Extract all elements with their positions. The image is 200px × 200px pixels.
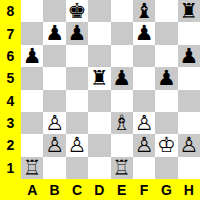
square-g3[interactable] — [155, 112, 177, 134]
square-a1[interactable]: ♖ — [21, 157, 43, 179]
file-label-a: A — [21, 179, 43, 200]
black-bishop: ♝ — [135, 0, 154, 22]
square-d8[interactable] — [88, 0, 110, 22]
file-label-h: H — [178, 179, 200, 200]
square-h3[interactable] — [178, 112, 200, 134]
square-f8[interactable]: ♝ — [133, 0, 155, 22]
square-f7[interactable]: ♟ — [133, 22, 155, 44]
rank-label-4: 4 — [0, 90, 21, 112]
white-rook: ♖ — [23, 157, 42, 179]
square-a5[interactable] — [21, 67, 43, 89]
square-d2[interactable] — [88, 134, 110, 156]
rank-label-5: 5 — [0, 67, 21, 89]
black-pawn: ♟ — [45, 22, 64, 44]
square-a7[interactable] — [21, 22, 43, 44]
square-h6[interactable]: ♟ — [178, 45, 200, 67]
square-a3[interactable] — [21, 112, 43, 134]
square-b5[interactable] — [43, 67, 65, 89]
white-pawn: ♙ — [135, 112, 154, 134]
file-label-b: B — [43, 179, 65, 200]
square-c5[interactable] — [66, 67, 88, 89]
black-pawn: ♟ — [179, 45, 198, 67]
square-b4[interactable] — [43, 90, 65, 112]
square-d3[interactable] — [88, 112, 110, 134]
square-h1[interactable] — [178, 157, 200, 179]
square-a8[interactable] — [21, 0, 43, 22]
square-e5[interactable]: ♟ — [111, 67, 133, 89]
square-c6[interactable] — [66, 45, 88, 67]
white-pawn: ♙ — [135, 134, 154, 156]
square-h2[interactable]: ♙ — [178, 134, 200, 156]
square-b6[interactable] — [43, 45, 65, 67]
square-c4[interactable] — [66, 90, 88, 112]
file-label-d: D — [88, 179, 110, 200]
square-g6[interactable] — [155, 45, 177, 67]
square-g2[interactable]: ♔ — [155, 134, 177, 156]
chess-board: 8♚♝♜7♟♟♟6♟♟5♜♟♟43♙♗♙2♙♙♙♔♙1♖♖ABCDEFGH — [0, 0, 200, 200]
black-pawn: ♟ — [157, 67, 176, 89]
square-e7[interactable] — [111, 22, 133, 44]
square-d1[interactable] — [88, 157, 110, 179]
black-rook: ♜ — [179, 0, 198, 22]
file-label-g: G — [155, 179, 177, 200]
rank-label-7: 7 — [0, 22, 21, 44]
square-f2[interactable]: ♙ — [133, 134, 155, 156]
square-c8[interactable]: ♚ — [66, 0, 88, 22]
black-pawn: ♟ — [112, 67, 131, 89]
square-h7[interactable] — [178, 22, 200, 44]
square-h5[interactable] — [178, 67, 200, 89]
square-d4[interactable] — [88, 90, 110, 112]
rank-label-2: 2 — [0, 134, 21, 156]
square-e3[interactable]: ♗ — [111, 112, 133, 134]
square-d7[interactable] — [88, 22, 110, 44]
square-f3[interactable]: ♙ — [133, 112, 155, 134]
square-b7[interactable]: ♟ — [43, 22, 65, 44]
rank-label-1: 1 — [0, 157, 21, 179]
square-d6[interactable] — [88, 45, 110, 67]
square-g1[interactable] — [155, 157, 177, 179]
square-c3[interactable] — [66, 112, 88, 134]
square-c1[interactable] — [66, 157, 88, 179]
square-b2[interactable]: ♙ — [43, 134, 65, 156]
white-pawn: ♙ — [45, 112, 64, 134]
white-rook: ♖ — [112, 157, 131, 179]
square-e6[interactable] — [111, 45, 133, 67]
square-c2[interactable]: ♙ — [66, 134, 88, 156]
square-d5[interactable]: ♜ — [88, 67, 110, 89]
square-a2[interactable] — [21, 134, 43, 156]
file-label-f: F — [133, 179, 155, 200]
white-pawn: ♙ — [179, 134, 198, 156]
black-pawn: ♟ — [23, 45, 42, 67]
square-b3[interactable]: ♙ — [43, 112, 65, 134]
file-label-c: C — [66, 179, 88, 200]
black-pawn: ♟ — [135, 22, 154, 44]
square-b1[interactable] — [43, 157, 65, 179]
white-bishop: ♗ — [112, 112, 131, 134]
black-pawn: ♟ — [68, 22, 87, 44]
square-f4[interactable] — [133, 90, 155, 112]
square-e8[interactable] — [111, 0, 133, 22]
rank-label-6: 6 — [0, 45, 21, 67]
rank-label-8: 8 — [0, 0, 21, 22]
square-g7[interactable] — [155, 22, 177, 44]
square-f5[interactable] — [133, 67, 155, 89]
square-h4[interactable] — [178, 90, 200, 112]
file-label-e: E — [111, 179, 133, 200]
white-king: ♔ — [157, 134, 176, 156]
corner-spacer — [0, 179, 21, 200]
square-e1[interactable]: ♖ — [111, 157, 133, 179]
white-pawn: ♙ — [45, 134, 64, 156]
square-e2[interactable] — [111, 134, 133, 156]
square-a4[interactable] — [21, 90, 43, 112]
white-pawn: ♙ — [68, 134, 87, 156]
black-rook: ♜ — [90, 67, 109, 89]
square-h8[interactable]: ♜ — [178, 0, 200, 22]
square-g4[interactable] — [155, 90, 177, 112]
square-g8[interactable] — [155, 0, 177, 22]
square-a6[interactable]: ♟ — [21, 45, 43, 67]
black-king: ♚ — [68, 0, 87, 22]
square-b8[interactable] — [43, 0, 65, 22]
rank-label-3: 3 — [0, 112, 21, 134]
square-f6[interactable] — [133, 45, 155, 67]
square-c7[interactable]: ♟ — [66, 22, 88, 44]
square-f1[interactable] — [133, 157, 155, 179]
square-g5[interactable]: ♟ — [155, 67, 177, 89]
square-e4[interactable] — [111, 90, 133, 112]
